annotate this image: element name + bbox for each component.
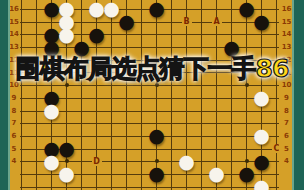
- white-stone[interactable]: ●: [102, 0, 121, 18]
- candidate-move-label-a[interactable]: A: [212, 17, 222, 26]
- black-stone[interactable]: ●: [147, 126, 166, 145]
- side-bar-right: [292, 0, 304, 190]
- white-stone[interactable]: ●: [57, 25, 76, 44]
- white-stone[interactable]: ●: [252, 88, 271, 107]
- app-screen: ●●●●●●●●●●●●●●●●●●●●●●●●●●●●●●ABCD 16151…: [0, 0, 304, 190]
- side-bar-left: [0, 0, 10, 190]
- white-stone[interactable]: ●: [42, 101, 61, 120]
- candidate-move-label-d[interactable]: D: [92, 157, 102, 166]
- banner-title: 围棋布局选点猜下一手86: [0, 52, 304, 85]
- white-stone[interactable]: ●: [207, 164, 226, 183]
- black-stone[interactable]: ●: [147, 0, 166, 18]
- white-stone[interactable]: ●: [252, 126, 271, 145]
- go-board[interactable]: ●●●●●●●●●●●●●●●●●●●●●●●●●●●●●●ABCD: [14, 0, 299, 190]
- white-stone[interactable]: ●: [177, 152, 196, 171]
- white-stone[interactable]: ●: [57, 164, 76, 183]
- candidate-move-label-b[interactable]: B: [182, 17, 192, 26]
- black-stone[interactable]: ●: [252, 12, 271, 31]
- black-stone[interactable]: ●: [147, 164, 166, 183]
- white-stone[interactable]: ●: [252, 177, 271, 190]
